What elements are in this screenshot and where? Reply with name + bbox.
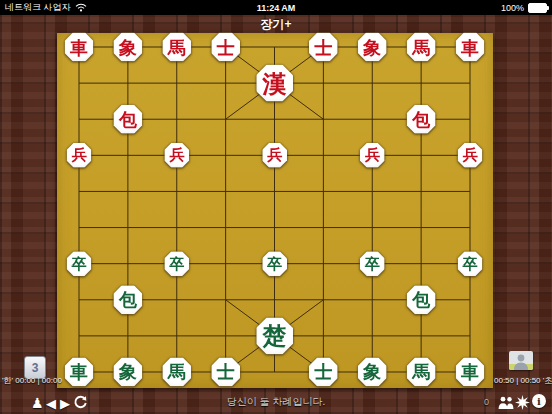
- turn-message: 당신이 둘 차례입니다.: [0, 395, 552, 409]
- battery-icon: [528, 3, 547, 13]
- piece-han-ma[interactable]: 馬: [162, 33, 191, 62]
- piece-cho-sang[interactable]: 象: [113, 357, 142, 386]
- piece-cho-sa[interactable]: 士: [211, 357, 240, 386]
- piece-han-sang[interactable]: 象: [358, 33, 387, 62]
- piece-cho-po[interactable]: 包: [407, 285, 436, 314]
- piece-han-po[interactable]: 包: [407, 105, 436, 134]
- online-count: 0: [484, 397, 489, 407]
- settings-star-icon[interactable]: [515, 395, 530, 413]
- janggi-app: 네트워크 사업자 11:24 AM 100% 장기+ 車象馬士士象馬車漢包包兵兵…: [0, 0, 552, 414]
- piece-cho-cha[interactable]: 車: [65, 357, 94, 386]
- piece-han-byeong[interactable]: 兵: [458, 143, 483, 168]
- piece-cho-cha[interactable]: 車: [456, 357, 485, 386]
- right-player-avatar[interactable]: [509, 351, 533, 370]
- piece-cho-sa[interactable]: 士: [309, 357, 338, 386]
- piece-cho-po[interactable]: 包: [113, 285, 142, 314]
- piece-han-han-general[interactable]: 漢: [256, 65, 293, 102]
- piece-cho-jol[interactable]: 卒: [360, 251, 385, 276]
- piece-han-sang[interactable]: 象: [113, 33, 142, 62]
- piece-han-byeong[interactable]: 兵: [262, 143, 287, 168]
- cho-clock: 00:50 | 00:50 '초': [494, 375, 552, 386]
- piece-han-byeong[interactable]: 兵: [164, 143, 189, 168]
- piece-han-byeong[interactable]: 兵: [360, 143, 385, 168]
- piece-cho-jol[interactable]: 卒: [67, 251, 92, 276]
- piece-cho-sang[interactable]: 象: [358, 357, 387, 386]
- piece-han-ma[interactable]: 馬: [407, 33, 436, 62]
- info-icon[interactable]: i: [532, 394, 546, 408]
- status-bar: 네트워크 사업자 11:24 AM 100%: [0, 0, 552, 15]
- piece-cho-ma[interactable]: 馬: [407, 357, 436, 386]
- piece-han-sa[interactable]: 士: [309, 33, 338, 62]
- piece-han-cha[interactable]: 車: [456, 33, 485, 62]
- piece-han-byeong[interactable]: 兵: [67, 143, 92, 168]
- janggi-board[interactable]: 車象馬士士象馬車漢包包兵兵兵兵兵卒卒卒卒卒包包楚車象馬士士象馬車: [57, 33, 493, 388]
- piece-han-sa[interactable]: 士: [211, 33, 240, 62]
- piece-han-po[interactable]: 包: [113, 105, 142, 134]
- page-title: 장기+: [260, 16, 291, 33]
- piece-cho-jol[interactable]: 卒: [262, 251, 287, 276]
- piece-cho-jol[interactable]: 卒: [164, 251, 189, 276]
- players-icon[interactable]: [498, 396, 514, 412]
- piece-cho-jol[interactable]: 卒: [458, 251, 483, 276]
- clock-label: 11:24 AM: [0, 3, 552, 13]
- piece-cho-cho-general[interactable]: 楚: [256, 317, 293, 354]
- title-bar: 장기+: [0, 15, 552, 33]
- han-clock: '한' 00:00 | 00:00: [2, 375, 62, 386]
- piece-han-cha[interactable]: 車: [65, 33, 94, 62]
- piece-cho-ma[interactable]: 馬: [162, 357, 191, 386]
